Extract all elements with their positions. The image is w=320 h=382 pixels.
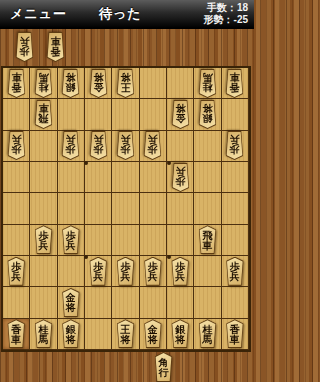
shogi-piece-歩兵-sente[interactable]: 歩兵 — [58, 225, 83, 254]
square-6-2[interactable] — [85, 99, 112, 130]
gote-hand-tray: 歩兵香車 — [12, 32, 68, 62]
shogi-piece-歩兵-sente[interactable]: 歩兵 — [31, 225, 56, 254]
shogi-piece-桂馬-gote[interactable]: 桂馬 — [31, 69, 56, 98]
square-8-3[interactable] — [30, 131, 57, 162]
shogi-piece-金将-gote[interactable]: 金将 — [86, 69, 111, 98]
square-1-3[interactable]: 歩兵 — [222, 131, 249, 162]
shogi-piece-歩兵-gote[interactable]: 歩兵 — [140, 131, 165, 160]
square-9-7[interactable]: 歩兵 — [3, 256, 30, 287]
square-1-9[interactable]: 香車 — [222, 319, 249, 350]
square-4-8[interactable] — [140, 287, 167, 318]
square-9-2[interactable] — [3, 99, 30, 130]
square-5-8[interactable] — [112, 287, 139, 318]
shogi-piece-歩兵-sente[interactable]: 歩兵 — [4, 257, 29, 286]
square-3-7[interactable]: 歩兵 — [167, 256, 194, 287]
square-4-2[interactable] — [140, 99, 167, 130]
shogi-piece-香車-sente[interactable]: 香車 — [4, 319, 29, 348]
star-point — [84, 161, 88, 165]
game-stats: 手数：18 形勢：-25 — [204, 2, 248, 26]
square-4-7[interactable]: 歩兵 — [140, 256, 167, 287]
shogi-piece-金将-sente[interactable]: 金将 — [58, 288, 83, 317]
square-5-1[interactable]: 王将 — [112, 68, 139, 99]
square-1-4[interactable] — [222, 162, 249, 193]
shogi-piece-銀将-gote[interactable]: 銀将 — [195, 100, 220, 129]
square-8-4[interactable] — [30, 162, 57, 193]
shogi-piece-香車-gote[interactable]: 香車 — [43, 32, 68, 62]
square-3-4[interactable]: 歩兵 — [167, 162, 194, 193]
shogi-piece-香車-gote[interactable]: 香車 — [222, 69, 247, 98]
shogi-piece-銀将-sente[interactable]: 銀将 — [168, 319, 193, 348]
square-1-1[interactable]: 香車 — [222, 68, 249, 99]
shogi-piece-歩兵-gote[interactable]: 歩兵 — [222, 131, 247, 160]
square-5-6[interactable] — [112, 225, 139, 256]
square-2-6[interactable]: 飛車 — [194, 225, 221, 256]
square-2-8[interactable] — [194, 287, 221, 318]
square-1-6[interactable] — [222, 225, 249, 256]
square-6-1[interactable]: 金将 — [85, 68, 112, 99]
shogi-piece-銀将-sente[interactable]: 銀将 — [58, 319, 83, 348]
square-7-2[interactable] — [58, 99, 85, 130]
square-7-3[interactable]: 歩兵 — [58, 131, 85, 162]
sente-hand-tray: 角行 — [151, 352, 176, 382]
square-6-5[interactable] — [85, 193, 112, 224]
square-8-6[interactable]: 歩兵 — [30, 225, 57, 256]
square-1-2[interactable] — [222, 99, 249, 130]
shogi-piece-飛車-sente[interactable]: 飛車 — [195, 225, 220, 254]
shogi-piece-歩兵-sente[interactable]: 歩兵 — [140, 257, 165, 286]
square-2-7[interactable] — [194, 256, 221, 287]
move-counter: 手数：18 — [204, 2, 248, 14]
square-8-8[interactable] — [30, 287, 57, 318]
square-9-8[interactable] — [3, 287, 30, 318]
shogi-piece-飛車-gote[interactable]: 飛車 — [31, 100, 56, 129]
square-8-9[interactable]: 桂馬 — [30, 319, 57, 350]
shogi-piece-歩兵-sente[interactable]: 歩兵 — [168, 257, 193, 286]
square-5-5[interactable] — [112, 193, 139, 224]
square-5-9[interactable]: 王将 — [112, 319, 139, 350]
square-9-6[interactable] — [3, 225, 30, 256]
menu-button[interactable]: メニュー — [10, 5, 67, 23]
square-9-3[interactable]: 歩兵 — [3, 131, 30, 162]
square-6-7[interactable]: 歩兵 — [85, 256, 112, 287]
square-9-9[interactable]: 香車 — [3, 319, 30, 350]
square-2-4[interactable] — [194, 162, 221, 193]
square-7-4[interactable] — [58, 162, 85, 193]
square-4-9[interactable]: 金将 — [140, 319, 167, 350]
square-3-1[interactable] — [167, 68, 194, 99]
square-8-7[interactable] — [30, 256, 57, 287]
square-7-6[interactable]: 歩兵 — [58, 225, 85, 256]
square-5-3[interactable]: 歩兵 — [112, 131, 139, 162]
square-7-8[interactable]: 金将 — [58, 287, 85, 318]
square-6-4[interactable] — [85, 162, 112, 193]
shogi-piece-歩兵-sente[interactable]: 歩兵 — [222, 257, 247, 286]
square-4-6[interactable] — [140, 225, 167, 256]
square-8-1[interactable]: 桂馬 — [30, 68, 57, 99]
square-3-8[interactable] — [167, 287, 194, 318]
shogi-piece-銀将-gote[interactable]: 銀将 — [58, 69, 83, 98]
square-7-9[interactable]: 銀将 — [58, 319, 85, 350]
square-6-8[interactable] — [85, 287, 112, 318]
shogi-piece-歩兵-sente[interactable]: 歩兵 — [86, 257, 111, 286]
undo-button[interactable]: 待った — [99, 5, 142, 23]
square-6-3[interactable]: 歩兵 — [85, 131, 112, 162]
square-5-4[interactable] — [112, 162, 139, 193]
square-5-7[interactable]: 歩兵 — [112, 256, 139, 287]
shogi-board: 香車桂馬銀将金将王将桂馬香車飛車金将銀将歩兵歩兵歩兵歩兵歩兵歩兵歩兵歩兵歩兵飛車… — [1, 66, 251, 352]
square-7-7[interactable] — [58, 256, 85, 287]
top-bar: メニュー 待った 手数：18 形勢：-25 — [0, 0, 254, 29]
square-2-9[interactable]: 桂馬 — [194, 319, 221, 350]
shogi-piece-歩兵-gote[interactable]: 歩兵 — [113, 131, 138, 160]
square-2-5[interactable] — [194, 193, 221, 224]
square-2-3[interactable] — [194, 131, 221, 162]
square-3-9[interactable]: 銀将 — [167, 319, 194, 350]
shogi-piece-歩兵-gote[interactable]: 歩兵 — [86, 131, 111, 160]
shogi-piece-香車-gote[interactable]: 香車 — [4, 69, 29, 98]
shogi-piece-歩兵-gote[interactable]: 歩兵 — [4, 131, 29, 160]
evaluation-indicator: 形勢：-25 — [204, 14, 248, 26]
square-8-5[interactable] — [30, 193, 57, 224]
square-7-5[interactable] — [58, 193, 85, 224]
shogi-piece-歩兵-gote[interactable]: 歩兵 — [58, 131, 83, 160]
square-6-9[interactable] — [85, 319, 112, 350]
square-3-2[interactable]: 金将 — [167, 99, 194, 130]
square-4-1[interactable] — [140, 68, 167, 99]
square-3-5[interactable] — [167, 193, 194, 224]
square-5-2[interactable] — [112, 99, 139, 130]
square-2-1[interactable]: 桂馬 — [194, 68, 221, 99]
square-3-3[interactable] — [167, 131, 194, 162]
square-4-3[interactable]: 歩兵 — [140, 131, 167, 162]
square-9-1[interactable]: 香車 — [3, 68, 30, 99]
shogi-piece-王将-gote[interactable]: 王将 — [113, 69, 138, 98]
shogi-piece-香車-sente[interactable]: 香車 — [222, 319, 247, 348]
shogi-piece-角行-sente[interactable]: 角行 — [151, 352, 176, 382]
shogi-piece-金将-gote[interactable]: 金将 — [168, 100, 193, 129]
square-4-5[interactable] — [140, 193, 167, 224]
square-6-6[interactable] — [85, 225, 112, 256]
shogi-piece-桂馬-sente[interactable]: 桂馬 — [31, 319, 56, 348]
square-1-5[interactable] — [222, 193, 249, 224]
shogi-piece-金将-sente[interactable]: 金将 — [140, 319, 165, 348]
shogi-piece-歩兵-gote[interactable]: 歩兵 — [168, 163, 193, 192]
shogi-piece-歩兵-gote[interactable]: 歩兵 — [12, 32, 37, 62]
square-4-4[interactable] — [140, 162, 167, 193]
square-7-1[interactable]: 銀将 — [58, 68, 85, 99]
shogi-piece-桂馬-sente[interactable]: 桂馬 — [195, 319, 220, 348]
square-1-8[interactable] — [222, 287, 249, 318]
square-3-6[interactable] — [167, 225, 194, 256]
square-9-4[interactable] — [3, 162, 30, 193]
shogi-piece-歩兵-sente[interactable]: 歩兵 — [113, 257, 138, 286]
square-8-2[interactable]: 飛車 — [30, 99, 57, 130]
square-2-2[interactable]: 銀将 — [194, 99, 221, 130]
square-9-5[interactable] — [3, 193, 30, 224]
shogi-piece-桂馬-gote[interactable]: 桂馬 — [195, 69, 220, 98]
shogi-piece-王将-sente[interactable]: 王将 — [113, 319, 138, 348]
square-1-7[interactable]: 歩兵 — [222, 256, 249, 287]
